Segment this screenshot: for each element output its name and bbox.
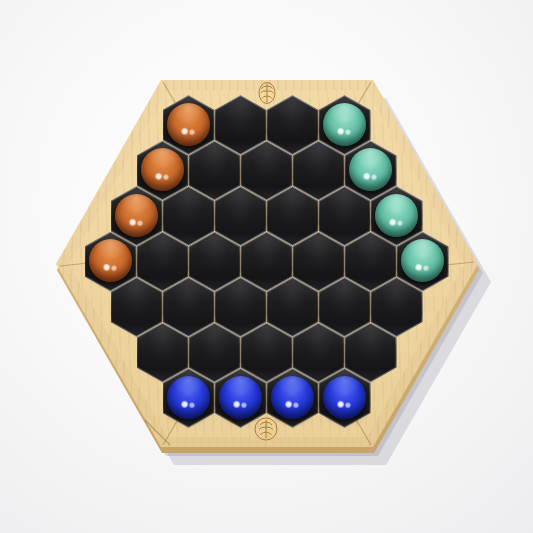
marble-blue[interactable] [271,376,314,419]
marble-blue[interactable] [167,376,210,419]
marble-orange[interactable] [167,103,210,146]
marble-teal[interactable] [323,103,366,146]
marble-orange[interactable] [141,148,184,191]
scene [0,0,533,533]
marble-blue[interactable] [323,376,366,419]
marble-blue[interactable] [219,376,262,419]
marble-teal[interactable] [375,194,418,237]
marble-teal[interactable] [401,239,444,282]
marble-orange[interactable] [89,239,132,282]
marble-orange[interactable] [115,194,158,237]
marble-teal[interactable] [349,148,392,191]
